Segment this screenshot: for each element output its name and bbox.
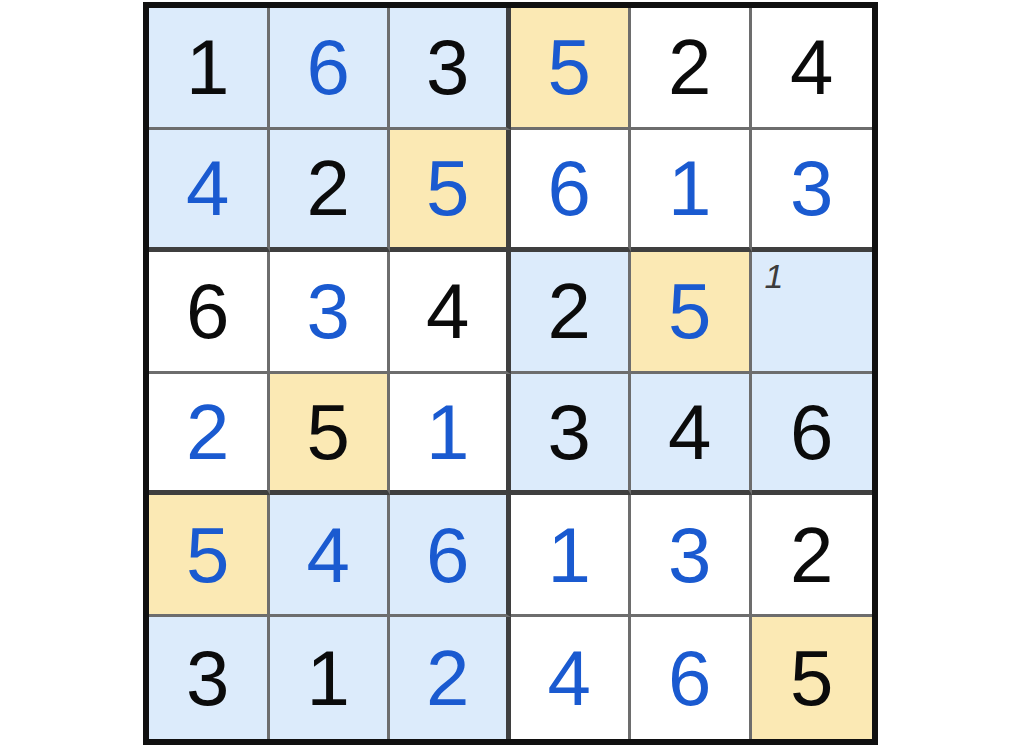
cell-r5c4[interactable]: 1 (511, 495, 632, 617)
cell-value: 2 (426, 639, 469, 717)
page: 163524425613634251251346546132312465 (0, 0, 1024, 746)
cell-value: 2 (548, 272, 591, 350)
cell-r4c1[interactable]: 2 (149, 374, 270, 496)
cell-r1c3[interactable]: 3 (390, 8, 511, 130)
cell-r1c4[interactable]: 5 (511, 8, 632, 130)
cell-value: 3 (307, 272, 350, 350)
cell-r4c6[interactable]: 6 (752, 374, 873, 496)
cell-value: 6 (307, 28, 350, 106)
cell-r4c3[interactable]: 1 (390, 374, 511, 496)
cell-r2c5[interactable]: 1 (631, 130, 752, 252)
cell-value: 2 (668, 28, 711, 106)
cell-value: 5 (426, 149, 469, 227)
cell-value: 5 (790, 639, 833, 717)
cell-value: 3 (548, 393, 591, 471)
cell-value: 2 (307, 149, 350, 227)
pencil-mark: 1 (765, 259, 784, 293)
cell-r2c2[interactable]: 2 (270, 130, 391, 252)
cell-r4c4[interactable]: 3 (511, 374, 632, 496)
cell-value: 1 (548, 516, 591, 594)
cell-r1c6[interactable]: 4 (752, 8, 873, 130)
cell-value: 2 (790, 516, 833, 594)
cell-value: 5 (307, 393, 350, 471)
cell-r2c6[interactable]: 3 (752, 130, 873, 252)
cell-r5c2[interactable]: 4 (270, 495, 391, 617)
cell-r2c4[interactable]: 6 (511, 130, 632, 252)
cell-r5c5[interactable]: 3 (631, 495, 752, 617)
cell-r5c6[interactable]: 2 (752, 495, 873, 617)
cell-r6c1[interactable]: 3 (149, 617, 270, 739)
cell-value: 5 (668, 272, 711, 350)
cell-value: 4 (426, 272, 469, 350)
cell-r3c3[interactable]: 4 (390, 252, 511, 374)
cell-value: 6 (186, 272, 229, 350)
cell-r5c1[interactable]: 5 (149, 495, 270, 617)
cell-value: 1 (307, 639, 350, 717)
cell-value: 4 (307, 516, 350, 594)
cell-r1c2[interactable]: 6 (270, 8, 391, 130)
cell-r6c3[interactable]: 2 (390, 617, 511, 739)
cell-value: 3 (186, 639, 229, 717)
cell-value: 3 (426, 28, 469, 106)
cell-r4c2[interactable]: 5 (270, 374, 391, 496)
cell-r1c5[interactable]: 2 (631, 8, 752, 130)
cell-value: 6 (548, 149, 591, 227)
cell-r6c2[interactable]: 1 (270, 617, 391, 739)
cell-value: 2 (186, 393, 229, 471)
cell-r1c1[interactable]: 1 (149, 8, 270, 130)
cell-r3c4[interactable]: 2 (511, 252, 632, 374)
cell-value: 6 (426, 516, 469, 594)
cell-value: 5 (186, 516, 229, 594)
cell-value: 4 (668, 393, 711, 471)
cell-value: 1 (426, 393, 469, 471)
cell-value: 4 (790, 28, 833, 106)
cell-value: 6 (668, 639, 711, 717)
cell-value: 1 (186, 28, 229, 106)
cell-r3c6[interactable]: 1 (752, 252, 873, 374)
cell-r4c5[interactable]: 4 (631, 374, 752, 496)
cell-value: 5 (548, 28, 591, 106)
cell-value: 4 (548, 639, 591, 717)
cell-r2c3[interactable]: 5 (390, 130, 511, 252)
cell-value: 1 (668, 149, 711, 227)
cell-r6c5[interactable]: 6 (631, 617, 752, 739)
cell-value: 3 (668, 516, 711, 594)
cell-r5c3[interactable]: 6 (390, 495, 511, 617)
cell-r3c5[interactable]: 5 (631, 252, 752, 374)
cell-r3c1[interactable]: 6 (149, 252, 270, 374)
cell-value: 6 (790, 393, 833, 471)
cell-value: 4 (186, 149, 229, 227)
cell-value: 3 (790, 149, 833, 227)
sudoku-board: 163524425613634251251346546132312465 (143, 2, 878, 745)
cell-r6c6[interactable]: 5 (752, 617, 873, 739)
cell-r2c1[interactable]: 4 (149, 130, 270, 252)
cell-r6c4[interactable]: 4 (511, 617, 632, 739)
cell-r3c2[interactable]: 3 (270, 252, 391, 374)
